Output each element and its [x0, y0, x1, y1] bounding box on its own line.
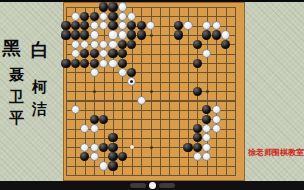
stone-white [202, 124, 211, 133]
stone-black [127, 30, 136, 39]
stone-black [90, 12, 99, 21]
stone-white [183, 21, 192, 30]
go-board [63, 2, 245, 181]
stone-white [118, 21, 127, 30]
stone-black [118, 40, 127, 49]
star-point [93, 90, 96, 93]
stone-white [99, 12, 108, 21]
stone-white [99, 40, 108, 49]
star-point [150, 90, 153, 93]
stone-white [90, 68, 99, 77]
player-name-char: 洁 [32, 98, 47, 120]
stone-black [61, 59, 70, 68]
stone-white [118, 2, 127, 11]
star-point [150, 146, 153, 149]
stone-black [137, 21, 146, 30]
stone-black [90, 115, 99, 124]
stone-white [146, 21, 155, 30]
stone-black [202, 115, 211, 124]
stone-black [193, 133, 202, 142]
stone-black [118, 59, 127, 68]
stone-black [108, 12, 117, 21]
player-name-char: 卫 [9, 86, 24, 108]
stone-black [80, 49, 89, 58]
stone-black [221, 40, 230, 49]
video-control-bar: ··· ··· [0, 181, 304, 190]
stone-white-lastmove [127, 77, 136, 86]
stone-black [202, 105, 211, 114]
stone-white [71, 12, 80, 21]
stone-black [80, 59, 89, 68]
stone-white [99, 49, 108, 58]
stone-white [212, 21, 221, 30]
star-point [206, 90, 209, 93]
stone-black [80, 30, 89, 39]
stone-white [118, 68, 127, 77]
stone-black [174, 21, 183, 30]
stone-black [212, 30, 221, 39]
stone-white [127, 12, 136, 21]
white-player-label: 白 [31, 40, 49, 60]
stone-white [212, 115, 221, 124]
stone-black [193, 143, 202, 152]
stone-white [99, 161, 108, 170]
stone-black [193, 87, 202, 96]
stone-white [90, 143, 99, 152]
stone-white [90, 30, 99, 39]
video-frame: 黑 聂卫平 白 柯洁 徐老师围棋教室 ··· ··· [0, 0, 304, 190]
stone-white [202, 152, 211, 161]
stone-white [71, 49, 80, 58]
control-chip-right[interactable]: ··· [159, 183, 175, 188]
stone-white [212, 124, 221, 133]
play-knob-icon[interactable] [149, 182, 156, 189]
stone-black [193, 40, 202, 49]
hint-marker [130, 145, 134, 149]
stone-black [108, 2, 117, 11]
stone-white [202, 133, 211, 142]
stone-black [71, 59, 80, 68]
stone-black [90, 59, 99, 68]
stone-black [108, 133, 117, 142]
stone-white [202, 21, 211, 30]
stone-black [127, 40, 136, 49]
control-chip-left[interactable]: ··· [130, 183, 146, 188]
stone-white [71, 105, 80, 114]
stone-black [61, 30, 70, 39]
stone-white [80, 143, 89, 152]
stone-white [137, 96, 146, 105]
stone-black [108, 143, 117, 152]
last-move-marker [130, 80, 133, 83]
stone-black [71, 21, 80, 30]
stone-black [71, 30, 80, 39]
stone-black [202, 30, 211, 39]
stone-black [127, 68, 136, 77]
player-name-char: 聂 [9, 64, 24, 86]
stone-black [108, 21, 117, 30]
stone-white [80, 40, 89, 49]
stone-white [80, 124, 89, 133]
stone-white [71, 40, 80, 49]
stone-white [212, 105, 221, 114]
stone-white [221, 30, 230, 39]
stone-white [202, 143, 211, 152]
stone-black [99, 143, 108, 152]
stone-black [118, 152, 127, 161]
player-name-char: 平 [9, 107, 24, 129]
stone-white [90, 124, 99, 133]
stone-white [90, 152, 99, 161]
stone-black [174, 30, 183, 39]
stone-white [202, 49, 211, 58]
stone-black [80, 152, 89, 161]
black-player-name: 聂卫平 [9, 64, 24, 129]
stone-black [99, 2, 108, 11]
board-grid [66, 7, 236, 176]
player-name-char: 柯 [32, 76, 47, 98]
stone-black [61, 21, 70, 30]
stone-white [118, 30, 127, 39]
stone-black [137, 30, 146, 39]
stone-black [118, 49, 127, 58]
stone-white [108, 59, 117, 68]
stone-white [99, 59, 108, 68]
stone-white [118, 12, 127, 21]
stone-white [90, 40, 99, 49]
stone-black [127, 21, 136, 30]
stone-white [108, 40, 117, 49]
star-point [150, 34, 153, 37]
stone-black [183, 143, 192, 152]
stone-white [193, 152, 202, 161]
stone-black [80, 21, 89, 30]
black-player-label: 黑 [2, 38, 20, 58]
stone-white [99, 21, 108, 30]
stone-black [108, 152, 117, 161]
stone-black [193, 59, 202, 68]
stone-black [108, 49, 117, 58]
stone-black [108, 161, 117, 170]
stone-white [90, 21, 99, 30]
stone-black [90, 49, 99, 58]
stone-black [193, 124, 202, 133]
channel-watermark: 徐老师围棋教室 [248, 147, 304, 158]
stone-black [99, 115, 108, 124]
stone-black [80, 12, 89, 21]
left-panel: 黑 聂卫平 白 柯洁 [0, 2, 63, 181]
white-player-name: 柯洁 [32, 76, 47, 119]
stone-white [108, 30, 117, 39]
